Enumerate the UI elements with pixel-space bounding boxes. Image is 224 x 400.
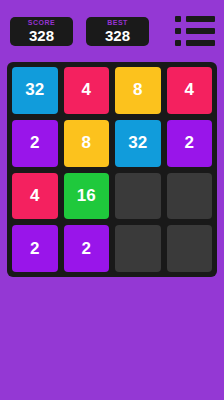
tile-8: 8	[115, 67, 161, 114]
best-value: 328	[105, 28, 130, 43]
empty-cell	[115, 225, 161, 272]
best-label: BEST	[107, 19, 128, 26]
score-label: SCORE	[28, 19, 55, 26]
menu-row	[175, 28, 215, 34]
header: SCORE 328 BEST 328	[10, 16, 215, 46]
menu-bar-icon	[186, 40, 215, 46]
menu-bullet-icon	[175, 16, 181, 22]
tile-4: 4	[167, 67, 213, 114]
empty-cell	[115, 173, 161, 220]
tile-16: 16	[64, 173, 110, 220]
score-value: 328	[29, 28, 54, 43]
tile-2: 2	[12, 225, 58, 272]
empty-cell	[167, 173, 213, 220]
tile-8: 8	[64, 120, 110, 167]
tile-4: 4	[12, 173, 58, 220]
tile-32: 32	[12, 67, 58, 114]
menu-bullet-icon	[175, 28, 181, 34]
tile-2: 2	[12, 120, 58, 167]
menu-bar-icon	[186, 28, 215, 34]
tile-2: 2	[64, 225, 110, 272]
game-screen: { "game": "2048", "position": { "rows": …	[0, 0, 224, 400]
menu-row	[175, 40, 215, 46]
empty-cell	[167, 225, 213, 272]
tile-4: 4	[64, 67, 110, 114]
tile-32: 32	[115, 120, 161, 167]
menu-bar-icon	[186, 16, 215, 22]
score-box: SCORE 328	[10, 17, 73, 46]
best-box: BEST 328	[86, 17, 149, 46]
menu-bullet-icon	[175, 40, 181, 46]
menu-row	[175, 16, 215, 22]
list-menu-icon[interactable]	[175, 16, 215, 46]
board[interactable]: 324842832241622	[7, 62, 217, 277]
tile-2: 2	[167, 120, 213, 167]
